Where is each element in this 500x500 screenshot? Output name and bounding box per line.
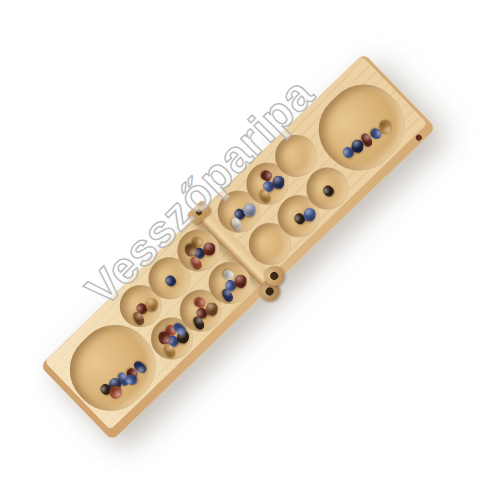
stone-white (221, 268, 235, 282)
stone-gold (144, 297, 158, 312)
stone-blue (125, 374, 137, 385)
stone-dark-red (259, 168, 273, 182)
stone-gray-blue (242, 202, 256, 217)
stone-brown (205, 301, 219, 316)
product-photo: Vesszőparipa (0, 0, 500, 500)
stone-red (192, 295, 206, 309)
stone-dark-red (202, 241, 216, 256)
stone-dark-brown (321, 183, 336, 198)
stone-dark-blue (163, 273, 178, 288)
stone-dark-red (233, 274, 247, 289)
stone-blue (302, 207, 316, 222)
mancala-board (40, 53, 436, 440)
stone-dark-blue (271, 175, 285, 190)
latch-pin-icon (415, 133, 423, 141)
